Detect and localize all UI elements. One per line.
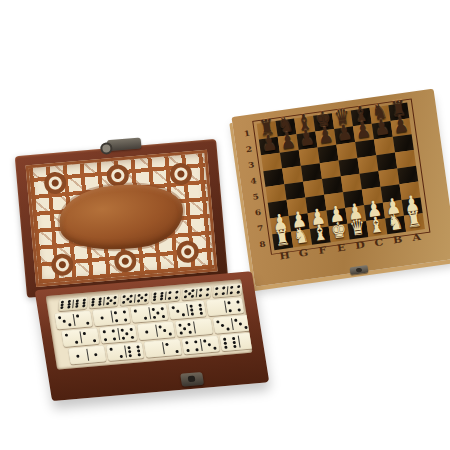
pip-slot	[123, 314, 126, 317]
pip-slot	[146, 334, 149, 337]
pip-slot	[229, 345, 232, 348]
pip	[215, 293, 218, 296]
pip-slot	[64, 323, 67, 326]
pip-slot	[212, 338, 215, 341]
pip-slot	[152, 311, 155, 314]
pip-slot	[76, 318, 79, 321]
domino-tile-1-3	[137, 321, 175, 340]
pip	[115, 319, 118, 322]
pip	[238, 308, 241, 311]
pip-slot	[219, 305, 222, 308]
pip	[144, 299, 147, 302]
pip	[86, 321, 89, 324]
pip-slot	[84, 339, 87, 342]
domino-tile-3-3	[213, 315, 251, 334]
pip-slot	[194, 308, 197, 311]
pip-slot	[156, 307, 159, 310]
pip-slot	[110, 351, 113, 354]
pip	[190, 312, 193, 315]
pip	[101, 316, 104, 319]
pip	[94, 352, 97, 355]
pip-slot	[157, 347, 160, 350]
domino-tile-6-6	[58, 297, 88, 312]
domino-half	[110, 307, 130, 324]
pip-slot	[241, 336, 244, 339]
square: ♞	[291, 229, 312, 247]
pip-slot	[69, 333, 72, 336]
medallion-icon	[176, 240, 200, 264]
file-label: A	[406, 231, 426, 244]
domino-tile-0-4	[206, 297, 244, 316]
domino-box-lid	[15, 139, 229, 298]
pip-slot	[216, 324, 219, 327]
pip	[75, 340, 78, 343]
pip	[158, 325, 161, 328]
file-label: B	[388, 233, 408, 246]
domino-half	[68, 347, 88, 364]
pip	[130, 327, 133, 330]
domino-tile-4-5	[99, 325, 137, 344]
domino-tile-6-0	[219, 332, 252, 351]
pip-slot	[164, 332, 167, 335]
pip-slot	[77, 322, 80, 325]
pip-slot	[227, 337, 230, 340]
pip	[233, 344, 236, 347]
pip	[208, 343, 211, 346]
square: ♝	[366, 218, 387, 236]
pip-slot	[121, 332, 124, 335]
pip	[104, 338, 107, 341]
pip	[182, 313, 185, 316]
pip-slot	[74, 332, 77, 335]
pip	[198, 303, 201, 306]
square: ♜	[272, 232, 293, 250]
pip	[232, 336, 235, 339]
pip-slot	[90, 357, 93, 360]
pip	[175, 296, 178, 299]
pip-slot	[107, 329, 110, 332]
medallion-icon	[169, 162, 193, 186]
file-label: D	[350, 239, 370, 252]
domino-half	[200, 335, 220, 352]
pip-slot	[98, 348, 101, 351]
pip-slot	[204, 347, 207, 350]
pip-slot	[159, 329, 162, 332]
pip	[137, 349, 140, 352]
pip-slot	[70, 341, 73, 344]
pip-slot	[141, 330, 144, 333]
domino-tile-4-3	[182, 335, 220, 354]
domino-tile-4-4	[213, 283, 243, 298]
pip-slot	[245, 335, 248, 338]
pip-slot	[221, 319, 224, 322]
chess-squares: ♜♞♝♚♛♝♞♜♟♟♟♟♟♟♟♟♟♟♟♟♟♟♟♟♜♞♝♚♛♝♞♜	[257, 103, 425, 251]
domino-half	[144, 340, 164, 357]
pip-slot	[132, 349, 135, 352]
pip-slot	[109, 302, 112, 305]
pip	[169, 332, 172, 335]
pip-slot	[202, 329, 205, 332]
pip-slot	[78, 305, 81, 308]
pip-slot	[76, 350, 79, 353]
pip	[222, 292, 225, 295]
pip-slot	[157, 315, 160, 318]
domino-half	[231, 315, 251, 332]
file-label: F	[312, 244, 332, 257]
domino-half	[155, 321, 175, 338]
pip	[128, 354, 131, 357]
pip-slot	[197, 329, 200, 332]
domino-half	[99, 326, 119, 343]
pip-slot	[138, 309, 141, 312]
pip	[176, 309, 179, 312]
pip-slot	[119, 314, 122, 317]
pip	[109, 347, 112, 350]
pip	[205, 293, 208, 296]
pip	[121, 336, 124, 339]
domino-half	[117, 325, 137, 342]
pip	[124, 318, 127, 321]
pip-slot	[101, 320, 104, 323]
pip	[227, 301, 230, 304]
domino-half	[175, 320, 195, 337]
pip-slot	[81, 321, 84, 324]
pip-slot	[62, 315, 65, 318]
pip-slot	[81, 318, 84, 321]
pip	[160, 297, 163, 300]
domino-half	[86, 345, 106, 362]
square: ♞	[385, 216, 406, 234]
pip-slot	[143, 312, 146, 315]
pip	[98, 303, 101, 306]
pip-slot	[241, 340, 244, 343]
pip-slot	[172, 314, 175, 317]
domino-half	[130, 305, 150, 322]
pip	[113, 337, 116, 340]
pip-slot	[58, 320, 61, 323]
pip-slot	[118, 346, 121, 349]
pip-slot	[225, 319, 228, 322]
domino-tile-1-4	[92, 307, 130, 326]
pip	[153, 315, 156, 318]
pip-slot	[103, 334, 106, 337]
pip-slot	[233, 291, 236, 294]
pip	[113, 302, 116, 305]
domino-half	[213, 316, 233, 333]
pip-slot	[147, 344, 150, 347]
domino-half	[151, 290, 167, 303]
pip-slot	[244, 321, 247, 324]
pip	[157, 311, 160, 314]
pip	[127, 346, 130, 349]
pip	[184, 295, 187, 298]
pip	[226, 327, 229, 330]
pip-slot	[87, 331, 90, 334]
pip-slot	[119, 318, 122, 321]
pip-slot	[95, 312, 98, 315]
pip	[63, 319, 66, 322]
domino-tile-2-6	[106, 342, 144, 361]
pip-slot	[235, 326, 238, 329]
pip-slot	[228, 341, 231, 344]
pip-slot	[185, 345, 188, 348]
domino-half	[162, 339, 182, 356]
pip	[195, 348, 198, 351]
domino-half	[182, 287, 198, 300]
pip-slot	[226, 323, 229, 326]
pip	[223, 341, 226, 344]
pip-slot	[161, 311, 164, 314]
pip	[82, 331, 85, 334]
pip	[93, 339, 96, 342]
pip-slot	[125, 328, 128, 331]
pip-slot	[143, 308, 146, 311]
medallion-icon	[43, 171, 67, 195]
domino-tile-5-0	[175, 318, 213, 337]
pip-slot	[183, 323, 186, 326]
medallion-icon	[113, 249, 137, 273]
pip-slot	[108, 337, 111, 340]
pip-slot	[112, 333, 115, 336]
pip	[162, 314, 165, 317]
pip	[186, 348, 189, 351]
domino-tile-2-5	[130, 304, 168, 323]
pip-slot	[114, 315, 117, 318]
domino-half	[206, 299, 226, 316]
pip-slot	[191, 348, 194, 351]
pip-slot	[92, 331, 95, 334]
domino-half	[73, 297, 89, 310]
pip-slot	[205, 321, 208, 324]
domino-half	[58, 298, 74, 311]
pip-slot	[196, 322, 199, 325]
domino-tile-2-2	[61, 328, 99, 347]
pip	[183, 327, 186, 330]
file-label: H	[275, 249, 295, 262]
pip	[126, 332, 129, 335]
pip	[123, 310, 126, 313]
pip-slot	[151, 334, 154, 337]
pip	[200, 311, 203, 314]
pip-slot	[71, 350, 74, 353]
pip-slot	[139, 316, 142, 319]
domino-tray	[46, 279, 253, 369]
board-clasp-icon	[349, 265, 368, 275]
pip-slot	[140, 299, 143, 302]
pip	[236, 300, 239, 303]
pip-slot	[189, 340, 192, 343]
pip-slot	[94, 349, 97, 352]
pip-slot	[170, 346, 173, 349]
pip-slot	[217, 328, 220, 331]
domino-half	[168, 302, 188, 319]
domino-tile-3-6	[168, 301, 206, 320]
pip-slot	[179, 327, 182, 330]
pip-slot	[72, 354, 75, 357]
pip-slot	[114, 351, 117, 354]
pip-slot	[197, 325, 200, 328]
pip-slot	[251, 343, 252, 346]
domino-tile-6-4	[151, 289, 181, 304]
domino-half	[165, 289, 181, 302]
pip-slot	[132, 345, 135, 348]
pip-slot	[141, 334, 144, 337]
pip	[163, 328, 166, 331]
pip-slot	[190, 344, 193, 347]
pip-slot	[240, 326, 243, 329]
pip-slot	[92, 335, 95, 338]
domino-tile-5-5	[120, 291, 150, 306]
pip	[224, 345, 227, 348]
pip	[233, 340, 236, 343]
pip-slot	[156, 343, 159, 346]
pip	[144, 316, 147, 319]
pip	[187, 322, 190, 325]
pip	[175, 349, 178, 352]
pip-slot	[90, 353, 93, 356]
pip-slot	[234, 322, 237, 325]
pip-slot	[168, 328, 171, 331]
pip	[138, 353, 141, 356]
domino-half	[79, 328, 99, 345]
pip-slot	[206, 329, 209, 332]
pip	[213, 346, 216, 349]
pip-slot	[119, 350, 122, 353]
pip	[128, 350, 131, 353]
pip-slot	[175, 345, 178, 348]
pip-slot	[81, 350, 84, 353]
pip-slot	[251, 339, 253, 342]
pip	[239, 322, 242, 325]
pip-slot	[150, 330, 153, 333]
pip-slot	[171, 296, 174, 299]
file-label: G	[293, 247, 313, 260]
domino-half	[89, 295, 105, 308]
pip-slot	[148, 348, 151, 351]
pip	[153, 298, 156, 301]
domino-half	[148, 304, 168, 321]
pip-slot	[218, 301, 221, 304]
pip-slot	[105, 315, 108, 318]
pip-slot	[203, 343, 206, 346]
pip-slot	[115, 355, 118, 358]
domino-half	[196, 286, 212, 299]
pip-slot	[88, 335, 91, 338]
pip	[228, 309, 231, 312]
pip	[179, 331, 182, 334]
domino-tile-0-2	[144, 339, 182, 358]
pip-slot	[110, 355, 113, 358]
pip-slot	[134, 313, 137, 316]
pip	[61, 306, 64, 309]
product-photo-stage: ♜♞♝♚♛♝♞♜♟♟♟♟♟♟♟♟♟♟♟♟♟♟♟♟♜♞♝♚♛♝♞♜ 1234567…	[0, 0, 450, 450]
pip-slot	[166, 350, 169, 353]
pip-slot	[250, 335, 253, 338]
domino-half	[227, 283, 243, 296]
pip-slot	[118, 310, 121, 313]
pip	[76, 314, 79, 317]
pip-slot	[85, 313, 88, 316]
pip-slot	[176, 305, 179, 308]
pip	[223, 337, 226, 340]
pip-slot	[228, 305, 231, 308]
square: ♜	[404, 213, 425, 231]
pip-slot	[82, 358, 85, 361]
pip	[129, 300, 132, 303]
pip-slot	[215, 310, 218, 313]
domino-half	[186, 301, 206, 318]
lid-center-plaque	[57, 180, 186, 255]
pip	[68, 323, 71, 326]
pip	[91, 303, 94, 306]
pip-slot	[89, 349, 92, 352]
lid-lattice-carving	[26, 150, 218, 287]
pip	[120, 328, 123, 331]
domino-half	[54, 312, 74, 329]
pip-slot	[213, 342, 216, 345]
pip	[194, 340, 197, 343]
domino-half	[137, 323, 157, 340]
domino-half	[103, 294, 119, 307]
pip-slot	[222, 327, 225, 330]
domino-box	[3, 136, 277, 425]
pip-slot	[67, 315, 70, 318]
pip-slot	[130, 331, 133, 334]
pip-slot	[106, 319, 109, 322]
pip	[67, 306, 70, 309]
pip-slot	[201, 321, 204, 324]
domino-half	[193, 318, 213, 335]
pip-slot	[95, 356, 98, 359]
pip-slot	[100, 312, 103, 315]
pip-slot	[210, 310, 213, 313]
domino-half	[106, 344, 126, 361]
pip-slot	[68, 319, 71, 322]
pip	[236, 291, 239, 294]
pip	[133, 309, 136, 312]
pip-slot	[126, 336, 129, 339]
pip	[178, 323, 181, 326]
file-label: E	[331, 241, 351, 254]
pip-slot	[170, 342, 173, 345]
pip-slot	[209, 302, 212, 305]
pip-slot	[140, 326, 143, 329]
pip-slot	[243, 317, 246, 320]
pip-slot	[202, 294, 205, 297]
pip-slot	[201, 325, 204, 328]
pip	[113, 311, 116, 314]
domino-tile-1-1	[68, 345, 106, 364]
square: ♝	[310, 226, 331, 244]
pip-slot	[59, 323, 62, 326]
domino-tile-5-4	[182, 286, 212, 301]
pip-slot	[163, 324, 166, 327]
pip-slot	[105, 311, 108, 314]
domino-half	[237, 332, 252, 349]
pip-slot	[80, 314, 83, 317]
pip-slot	[99, 352, 102, 355]
pip	[112, 329, 115, 332]
pip-slot	[177, 313, 180, 316]
pip-slot	[159, 333, 162, 336]
pip-slot	[139, 312, 142, 315]
pip	[58, 316, 61, 319]
domino-tile-6-5	[89, 294, 119, 309]
pip-slot	[184, 331, 187, 334]
pip-slot	[152, 343, 155, 346]
pip-slot	[242, 344, 245, 347]
pip	[122, 301, 125, 304]
